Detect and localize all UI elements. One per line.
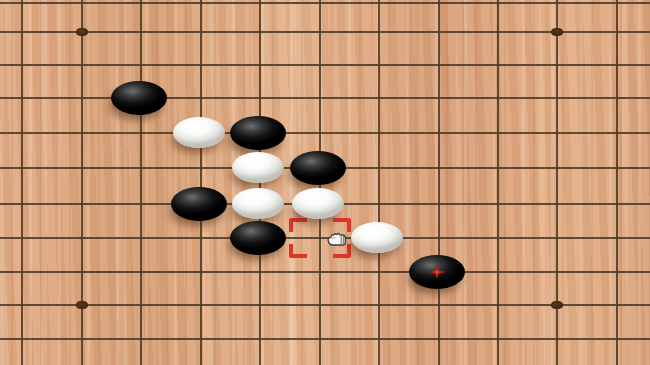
black-stone xyxy=(230,221,286,255)
white-stone xyxy=(351,222,403,253)
game-window xyxy=(0,0,650,365)
grid-line-vertical xyxy=(438,0,440,365)
black-stone xyxy=(230,116,286,150)
grid-line-horizontal xyxy=(0,271,650,273)
grid-line-vertical xyxy=(81,0,83,365)
star-point xyxy=(551,301,563,309)
grid-line-vertical xyxy=(140,0,142,365)
star-point xyxy=(76,28,88,36)
white-stone xyxy=(173,117,225,148)
grid-line-vertical xyxy=(200,0,202,365)
grid-line-vertical xyxy=(616,0,618,365)
grid-line-horizontal xyxy=(0,64,650,66)
grid-line-horizontal xyxy=(0,97,650,99)
grid-line-vertical xyxy=(21,0,23,365)
last-move-cross-icon xyxy=(428,264,446,279)
grid-line-vertical xyxy=(556,0,558,365)
grid-line-horizontal xyxy=(0,2,650,4)
black-stone xyxy=(409,255,465,289)
grid-line-horizontal xyxy=(0,338,650,340)
hand-cursor-icon xyxy=(326,230,349,252)
grid-line-vertical xyxy=(378,0,380,365)
black-stone xyxy=(111,81,167,115)
white-stone xyxy=(232,152,284,183)
gomoku-board[interactable] xyxy=(0,0,650,365)
selection-bracket-corner-icon xyxy=(289,218,307,232)
black-stone xyxy=(171,187,227,221)
star-point xyxy=(551,28,563,36)
black-stone xyxy=(290,151,346,185)
white-stone xyxy=(232,188,284,219)
grid-line-vertical xyxy=(497,0,499,365)
selection-bracket-corner-icon xyxy=(289,244,307,258)
star-point xyxy=(76,301,88,309)
grid-line-horizontal xyxy=(0,132,650,134)
white-stone xyxy=(292,188,344,219)
